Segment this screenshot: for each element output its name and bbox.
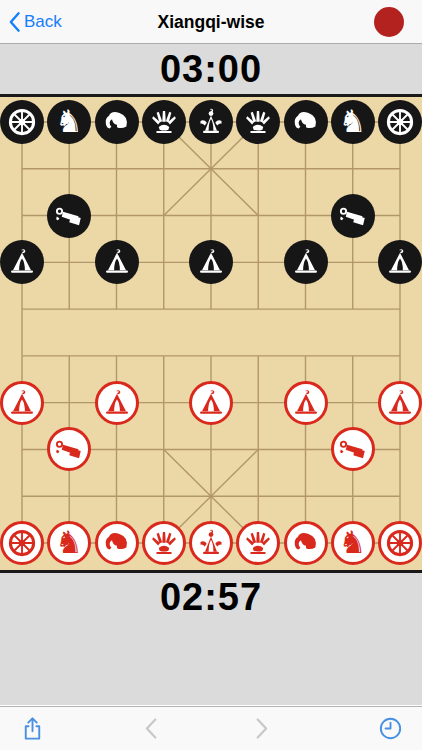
pieces-layer: ♞♞♞♞ (0, 97, 422, 570)
page-title: Xiangqi-wise (0, 0, 422, 44)
piece-black-advisor[interactable] (236, 100, 280, 144)
history-clock-button[interactable] (368, 707, 412, 750)
piece-black-elephant[interactable] (284, 100, 328, 144)
piece-black-soldier[interactable] (284, 240, 328, 284)
red-record-indicator[interactable] (374, 7, 404, 37)
piece-red-chariot[interactable] (0, 521, 44, 565)
xiangqi-board[interactable]: ♞♞♞♞ (0, 94, 422, 573)
piece-red-chariot[interactable] (378, 521, 422, 565)
back-button-label: Back (24, 12, 62, 32)
piece-black-soldier[interactable] (0, 240, 44, 284)
back-button[interactable]: Back (8, 0, 62, 44)
piece-black-soldier[interactable] (378, 240, 422, 284)
piece-red-general[interactable] (189, 521, 233, 565)
piece-red-soldier[interactable] (189, 381, 233, 425)
app-screen: Back Xiangqi-wise 03:00 ♞♞♞♞ 02:57 (0, 0, 422, 750)
share-button[interactable] (10, 707, 54, 750)
chevron-right-icon (247, 715, 274, 742)
bottom-toolbar (0, 706, 422, 750)
previous-move-button[interactable] (130, 707, 174, 750)
piece-black-chariot[interactable] (378, 100, 422, 144)
piece-red-cannon[interactable] (331, 427, 375, 471)
piece-red-elephant[interactable] (284, 521, 328, 565)
piece-red-horse[interactable]: ♞ (331, 521, 375, 565)
share-icon (19, 715, 46, 742)
piece-black-soldier[interactable] (189, 240, 233, 284)
next-move-button[interactable] (238, 707, 282, 750)
piece-red-horse[interactable]: ♞ (47, 521, 91, 565)
piece-red-soldier[interactable] (95, 381, 139, 425)
black-timer: 03:00 (0, 44, 422, 94)
piece-red-soldier[interactable] (0, 381, 44, 425)
red-timer: 02:57 (0, 573, 422, 705)
piece-red-elephant[interactable] (95, 521, 139, 565)
piece-black-elephant[interactable] (95, 100, 139, 144)
piece-black-general[interactable] (189, 100, 233, 144)
nav-bar: Back Xiangqi-wise (0, 0, 422, 44)
back-chevron-icon (8, 11, 21, 33)
piece-red-cannon[interactable] (47, 427, 91, 471)
piece-black-cannon[interactable] (47, 194, 91, 238)
chevron-left-icon (139, 715, 166, 742)
piece-black-chariot[interactable] (0, 100, 44, 144)
piece-black-cannon[interactable] (331, 194, 375, 238)
piece-black-advisor[interactable] (142, 100, 186, 144)
piece-red-advisor[interactable] (142, 521, 186, 565)
piece-red-advisor[interactable] (236, 521, 280, 565)
piece-black-soldier[interactable] (95, 240, 139, 284)
piece-black-horse[interactable]: ♞ (47, 100, 91, 144)
piece-red-soldier[interactable] (284, 381, 328, 425)
piece-red-soldier[interactable] (378, 381, 422, 425)
clock-icon (377, 715, 404, 742)
piece-black-horse[interactable]: ♞ (331, 100, 375, 144)
